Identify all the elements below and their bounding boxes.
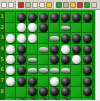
white-disc <box>28 34 37 43</box>
board-cell[interactable] <box>27 23 38 34</box>
board-cell[interactable] <box>49 55 60 66</box>
board-cell[interactable] <box>82 87 93 98</box>
board-cell[interactable] <box>60 65 71 76</box>
board-cell[interactable] <box>60 33 71 44</box>
board-cell[interactable] <box>82 76 93 87</box>
black-disc <box>39 98 48 100</box>
board-cell[interactable] <box>16 98 27 101</box>
white-disc <box>6 55 15 64</box>
board-cell[interactable] <box>38 76 49 87</box>
board-cell[interactable] <box>71 98 82 101</box>
black-disc <box>50 13 59 22</box>
board-cell[interactable] <box>5 44 16 55</box>
board-cell[interactable] <box>16 44 27 55</box>
black-disc <box>83 55 92 64</box>
board-cell[interactable] <box>60 44 71 55</box>
new-icon[interactable] <box>1 2 7 8</box>
black-disc <box>28 77 37 86</box>
row-label: 1 <box>0 11 4 22</box>
flipping-disc <box>61 26 70 31</box>
pause-icon[interactable] <box>63 2 69 8</box>
board-cell[interactable] <box>16 87 27 98</box>
row-label: 6 <box>0 64 4 75</box>
print-icon[interactable] <box>32 2 38 8</box>
board-cell[interactable] <box>16 23 27 34</box>
black-disc <box>28 13 37 22</box>
board-cell[interactable] <box>71 23 82 34</box>
board-cell[interactable] <box>38 44 49 55</box>
board-cell[interactable] <box>16 76 27 87</box>
board-cell[interactable] <box>27 76 38 87</box>
black-disc <box>17 13 26 22</box>
board-cell[interactable] <box>38 23 49 34</box>
row-label: 7 <box>0 75 4 86</box>
game-board: 123456789 <box>0 10 95 100</box>
play-icon[interactable] <box>56 2 62 8</box>
board-grid <box>5 11 93 100</box>
board-cell[interactable] <box>49 87 60 98</box>
board-cell[interactable] <box>82 33 93 44</box>
board-cell[interactable] <box>5 33 16 44</box>
hint-icon[interactable] <box>46 2 52 8</box>
board-cell[interactable] <box>60 76 71 87</box>
black-disc <box>17 77 26 86</box>
board-cell[interactable] <box>5 55 16 66</box>
row-label: 2 <box>0 22 4 33</box>
open-icon[interactable] <box>8 2 14 8</box>
board-cell[interactable] <box>82 23 93 34</box>
board-cell[interactable] <box>5 76 16 87</box>
board-cell[interactable] <box>49 65 60 76</box>
black-disc <box>50 55 59 64</box>
black-disc <box>39 87 48 96</box>
black-disc <box>83 87 92 96</box>
board-cell[interactable] <box>71 76 82 87</box>
player-white-icon[interactable] <box>84 2 90 8</box>
board-cell[interactable] <box>49 76 60 87</box>
white-disc <box>6 77 15 86</box>
black-disc <box>28 98 37 100</box>
board-cell[interactable] <box>49 98 60 101</box>
flipping-disc <box>28 68 37 73</box>
board-cell[interactable] <box>82 44 93 55</box>
row-label: 3 <box>0 32 4 43</box>
board-cell[interactable] <box>16 33 27 44</box>
board-cell[interactable] <box>49 12 60 23</box>
board-cell[interactable] <box>38 87 49 98</box>
flipping-disc <box>39 68 48 73</box>
black-disc <box>83 13 92 22</box>
board-cell[interactable] <box>71 65 82 76</box>
white-disc <box>17 23 26 32</box>
black-disc <box>61 34 70 43</box>
board-cell[interactable] <box>16 55 27 66</box>
board-cell[interactable] <box>27 44 38 55</box>
white-disc <box>6 66 15 75</box>
black-disc <box>50 87 59 96</box>
board-cell[interactable] <box>38 55 49 66</box>
board-cell[interactable] <box>5 23 16 34</box>
black-disc <box>39 23 48 32</box>
stop-icon[interactable] <box>18 2 24 8</box>
help-icon[interactable] <box>91 2 97 8</box>
board-cell[interactable] <box>27 98 38 101</box>
white-disc <box>6 34 15 43</box>
board-cell[interactable] <box>27 55 38 66</box>
board-cell[interactable] <box>5 65 16 76</box>
row-label: 8 <box>0 86 4 97</box>
player-black-icon[interactable] <box>77 2 83 8</box>
toolbar-separator <box>53 1 55 9</box>
black-disc <box>61 98 70 100</box>
black-disc <box>61 87 70 96</box>
board-cell[interactable] <box>5 98 16 101</box>
black-disc <box>83 45 92 54</box>
board-cell[interactable] <box>71 55 82 66</box>
board-cell[interactable] <box>49 33 60 44</box>
search-icon[interactable] <box>39 2 45 8</box>
black-disc <box>17 45 26 54</box>
black-disc <box>72 34 81 43</box>
black-disc <box>61 77 70 86</box>
board-cell[interactable] <box>16 65 27 76</box>
board-cell[interactable] <box>38 12 49 23</box>
white-disc <box>28 23 37 32</box>
toolbar <box>0 0 100 10</box>
toolbar-separator <box>15 1 17 9</box>
white-disc <box>50 77 59 86</box>
board-cell[interactable] <box>71 44 82 55</box>
white-disc <box>72 55 81 64</box>
black-disc <box>50 98 59 100</box>
row-label: 4 <box>0 43 4 54</box>
app-window: 123456789 <box>0 0 100 100</box>
board-cell[interactable] <box>27 12 38 23</box>
black-disc <box>83 34 92 43</box>
white-disc <box>17 34 26 43</box>
board-cell[interactable] <box>82 98 93 101</box>
flipping-disc <box>50 68 59 73</box>
board-cell[interactable] <box>5 12 16 23</box>
black-disc <box>83 66 92 75</box>
board-cell[interactable] <box>82 65 93 76</box>
flag-icon[interactable] <box>70 2 76 8</box>
black-disc <box>72 45 81 54</box>
board-cell[interactable] <box>71 87 82 98</box>
black-disc <box>17 66 26 75</box>
flipping-disc <box>39 47 48 52</box>
row-label: 5 <box>0 54 4 65</box>
save-icon[interactable] <box>25 2 31 8</box>
board-cell[interactable] <box>38 33 49 44</box>
black-disc <box>28 87 37 96</box>
board-cell[interactable] <box>60 55 71 66</box>
white-disc <box>6 45 15 54</box>
board-cell[interactable] <box>27 65 38 76</box>
black-disc <box>83 77 92 86</box>
black-disc <box>50 45 59 54</box>
board-cell[interactable] <box>5 87 16 98</box>
black-disc <box>61 13 70 22</box>
board-cell[interactable] <box>71 33 82 44</box>
board-cell[interactable] <box>16 12 27 23</box>
flipping-disc <box>61 68 70 73</box>
black-disc <box>17 55 26 64</box>
board-cell[interactable] <box>38 65 49 76</box>
board-cell[interactable] <box>82 12 93 23</box>
white-disc <box>61 45 70 54</box>
board-cell[interactable] <box>82 55 93 66</box>
flipping-disc <box>50 36 59 41</box>
board-cell[interactable] <box>27 33 38 44</box>
board-cell[interactable] <box>60 12 71 23</box>
black-disc <box>72 13 81 22</box>
flipping-disc <box>28 58 37 63</box>
vertical-scrollbar[interactable] <box>95 10 100 100</box>
board-cell[interactable] <box>60 23 71 34</box>
row-label: 9 <box>0 97 4 101</box>
board-cell[interactable] <box>71 12 82 23</box>
black-disc <box>61 55 70 64</box>
black-disc <box>39 13 48 22</box>
board-cell[interactable] <box>49 23 60 34</box>
board-cell[interactable] <box>38 98 49 101</box>
board-cell[interactable] <box>27 87 38 98</box>
board-cell[interactable] <box>49 44 60 55</box>
black-disc <box>17 98 26 100</box>
board-cell[interactable] <box>60 98 71 101</box>
board-cell[interactable] <box>60 87 71 98</box>
